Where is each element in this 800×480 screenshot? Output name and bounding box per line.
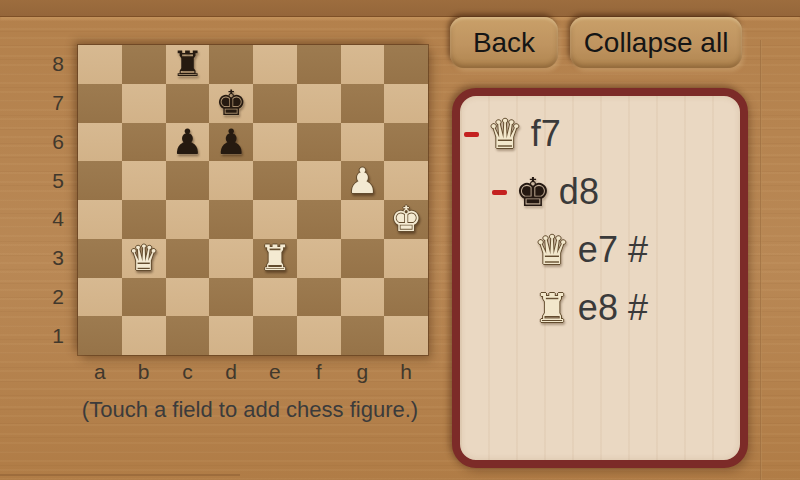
piece-white-queen: ♛ <box>128 239 159 277</box>
square-h4[interactable]: ♚ <box>384 200 428 239</box>
square-a7[interactable] <box>78 84 122 123</box>
move-row-e8-#[interactable]: ♜e8 # <box>534 284 734 332</box>
variation-tree-panel: ♛f7♚d8♛e7 #♜e8 # <box>452 88 748 468</box>
move-row-f7[interactable]: ♛f7 <box>464 110 734 158</box>
square-b8[interactable] <box>122 45 166 84</box>
square-d4[interactable] <box>209 200 253 239</box>
square-b3[interactable]: ♛ <box>122 239 166 278</box>
square-f8[interactable] <box>297 45 341 84</box>
file-label-b: b <box>122 359 166 385</box>
square-h7[interactable] <box>384 84 428 123</box>
square-c1[interactable] <box>166 316 210 355</box>
square-c2[interactable] <box>166 278 210 317</box>
piece-black-king: ♚ <box>215 84 246 122</box>
square-e8[interactable] <box>253 45 297 84</box>
square-e1[interactable] <box>253 316 297 355</box>
square-h5[interactable] <box>384 161 428 200</box>
move-row-e7-#[interactable]: ♛e7 # <box>534 226 734 274</box>
wood-plank-seam-bottom <box>0 474 240 476</box>
square-d5[interactable] <box>209 161 253 200</box>
move-label: e8 # <box>578 287 648 329</box>
white-queen-icon: ♛ <box>534 228 570 272</box>
square-b2[interactable] <box>122 278 166 317</box>
square-d3[interactable] <box>209 239 253 278</box>
square-a2[interactable] <box>78 278 122 317</box>
square-e7[interactable] <box>253 84 297 123</box>
square-g5[interactable]: ♟ <box>341 161 385 200</box>
square-d8[interactable] <box>209 45 253 84</box>
square-d1[interactable] <box>209 316 253 355</box>
move-label: e7 # <box>578 229 648 271</box>
square-f3[interactable] <box>297 239 341 278</box>
board-caption: (Touch a field to add chess figure.) <box>30 397 470 423</box>
rank-labels: 87654321 <box>44 45 72 355</box>
square-f2[interactable] <box>297 278 341 317</box>
black-king-icon: ♚ <box>515 170 551 214</box>
collapse-bullet-icon[interactable] <box>464 132 479 137</box>
square-h8[interactable] <box>384 45 428 84</box>
square-a3[interactable] <box>78 239 122 278</box>
square-g4[interactable] <box>341 200 385 239</box>
rank-label-2: 2 <box>44 278 72 317</box>
square-h1[interactable] <box>384 316 428 355</box>
rank-label-6: 6 <box>44 123 72 162</box>
square-b6[interactable] <box>122 123 166 162</box>
square-b7[interactable] <box>122 84 166 123</box>
piece-black-pawn: ♟ <box>172 123 203 161</box>
file-label-g: g <box>341 359 385 385</box>
square-c5[interactable] <box>166 161 210 200</box>
wood-plank-seam-top <box>0 0 800 17</box>
square-c8[interactable]: ♜ <box>166 45 210 84</box>
collapse-bullet-icon[interactable] <box>492 190 507 195</box>
file-label-a: a <box>78 359 122 385</box>
piece-black-rook: ♜ <box>172 45 203 83</box>
square-f6[interactable] <box>297 123 341 162</box>
piece-white-pawn: ♟ <box>347 162 378 200</box>
square-c6[interactable]: ♟ <box>166 123 210 162</box>
square-g2[interactable] <box>341 278 385 317</box>
file-labels: abcdefgh <box>78 359 428 385</box>
square-a8[interactable] <box>78 45 122 84</box>
square-e3[interactable]: ♜ <box>253 239 297 278</box>
square-b1[interactable] <box>122 316 166 355</box>
square-a5[interactable] <box>78 161 122 200</box>
rank-label-5: 5 <box>44 161 72 200</box>
square-g3[interactable] <box>341 239 385 278</box>
square-d2[interactable] <box>209 278 253 317</box>
move-row-d8[interactable]: ♚d8 <box>492 168 734 216</box>
rank-label-4: 4 <box>44 200 72 239</box>
move-label: d8 <box>559 171 599 213</box>
square-h6[interactable] <box>384 123 428 162</box>
file-label-h: h <box>384 359 428 385</box>
square-g7[interactable] <box>341 84 385 123</box>
file-label-e: e <box>253 359 297 385</box>
square-f4[interactable] <box>297 200 341 239</box>
square-h3[interactable] <box>384 239 428 278</box>
square-e6[interactable] <box>253 123 297 162</box>
square-f1[interactable] <box>297 316 341 355</box>
white-rook-icon: ♜ <box>534 286 570 330</box>
rank-label-3: 3 <box>44 239 72 278</box>
file-label-f: f <box>297 359 341 385</box>
move-label: f7 <box>531 113 561 155</box>
square-e2[interactable] <box>253 278 297 317</box>
back-button[interactable]: Back <box>450 17 558 68</box>
square-c3[interactable] <box>166 239 210 278</box>
square-h2[interactable] <box>384 278 428 317</box>
collapse-all-button[interactable]: Collapse all <box>570 17 742 68</box>
piece-white-rook: ♜ <box>259 239 290 277</box>
square-d7[interactable]: ♚ <box>209 84 253 123</box>
square-c4[interactable] <box>166 200 210 239</box>
square-a1[interactable] <box>78 316 122 355</box>
file-label-d: d <box>209 359 253 385</box>
square-a6[interactable] <box>78 123 122 162</box>
rank-label-7: 7 <box>44 84 72 123</box>
square-d6[interactable]: ♟ <box>209 123 253 162</box>
square-g1[interactable] <box>341 316 385 355</box>
rank-label-8: 8 <box>44 45 72 84</box>
piece-black-pawn: ♟ <box>215 123 246 161</box>
back-button-label: Back <box>473 27 535 59</box>
piece-white-king: ♚ <box>390 200 421 238</box>
white-queen-icon: ♛ <box>487 112 523 156</box>
square-g6[interactable] <box>341 123 385 162</box>
square-f7[interactable] <box>297 84 341 123</box>
square-b4[interactable] <box>122 200 166 239</box>
square-e4[interactable] <box>253 200 297 239</box>
file-label-c: c <box>166 359 210 385</box>
square-g8[interactable] <box>341 45 385 84</box>
square-b5[interactable] <box>122 161 166 200</box>
square-f5[interactable] <box>297 161 341 200</box>
rank-label-1: 1 <box>44 316 72 355</box>
board[interactable]: ♜♚♟♟♟♚♛♜ <box>78 45 428 355</box>
square-c7[interactable] <box>166 84 210 123</box>
square-a4[interactable] <box>78 200 122 239</box>
wood-plank-seam-right <box>760 40 762 480</box>
collapse-all-button-label: Collapse all <box>584 27 729 59</box>
square-e5[interactable] <box>253 161 297 200</box>
